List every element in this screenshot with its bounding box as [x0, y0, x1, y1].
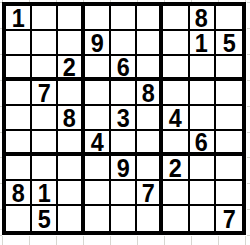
cell-r5c3[interactable]: 8	[58, 106, 84, 131]
cell-r9c3[interactable]	[58, 206, 84, 231]
cell-r5c6[interactable]	[137, 106, 163, 131]
cell-r3c7[interactable]	[163, 56, 189, 81]
cell-r7c6[interactable]	[137, 156, 163, 181]
cell-r8c4[interactable]	[85, 181, 111, 206]
cell-r7c1[interactable]	[6, 156, 32, 181]
cell-r8c6[interactable]: 7	[137, 181, 163, 206]
cell-r2c5[interactable]	[111, 31, 137, 56]
cell-digit: 5	[38, 206, 51, 231]
cell-r8c5[interactable]	[111, 181, 137, 206]
cell-r8c9[interactable]	[216, 181, 242, 206]
cell-r3c2[interactable]	[32, 56, 58, 81]
cell-r3c8[interactable]	[190, 56, 216, 81]
cell-digit: 2	[63, 56, 76, 80]
cell-r3c1[interactable]	[6, 56, 32, 81]
cell-r9c8[interactable]	[190, 206, 216, 231]
cell-r8c2[interactable]: 1	[32, 181, 58, 206]
cell-r4c9[interactable]	[216, 81, 242, 106]
cell-r8c3[interactable]	[58, 181, 84, 206]
cell-digit: 4	[90, 131, 103, 155]
cell-r6c8[interactable]: 6	[190, 131, 216, 156]
cell-r4c4[interactable]	[85, 81, 111, 106]
cell-r1c2[interactable]	[32, 6, 58, 31]
cell-r3c4[interactable]	[85, 56, 111, 81]
cell-r5c1[interactable]	[6, 106, 32, 131]
cell-r7c8[interactable]	[190, 156, 216, 181]
cell-digit: 9	[90, 31, 103, 56]
cell-r9c1[interactable]	[6, 206, 32, 231]
cell-digit: 6	[195, 131, 208, 155]
cell-r5c2[interactable]	[32, 106, 58, 131]
cell-digit: 4	[169, 106, 182, 131]
cell-digit: 3	[116, 106, 129, 131]
cell-r2c8[interactable]: 1	[190, 31, 216, 56]
cell-r4c6[interactable]: 8	[137, 81, 163, 106]
cell-r6c7[interactable]	[163, 131, 189, 156]
cell-digit: 6	[116, 56, 129, 80]
cell-digit: 8	[142, 81, 155, 106]
cell-r7c9[interactable]	[216, 156, 242, 181]
cell-r9c7[interactable]	[163, 206, 189, 231]
cell-digit: 5	[222, 31, 235, 56]
cell-r6c2[interactable]	[32, 131, 58, 156]
cell-digit: 8	[63, 106, 76, 131]
cell-r4c2[interactable]: 7	[32, 81, 58, 106]
cell-r3c3[interactable]: 2	[58, 56, 84, 81]
page-gridline-ticks-right	[247, 2, 250, 236]
cell-digit: 8	[195, 6, 208, 31]
cell-r9c6[interactable]	[137, 206, 163, 231]
cell-r7c5[interactable]: 9	[111, 156, 137, 181]
cell-r6c6[interactable]	[137, 131, 163, 156]
cell-r9c4[interactable]	[85, 206, 111, 231]
cell-digit: 7	[38, 81, 51, 106]
cell-r1c6[interactable]	[137, 6, 163, 31]
cell-r2c2[interactable]	[32, 31, 58, 56]
cell-r6c3[interactable]	[58, 131, 84, 156]
cell-r4c1[interactable]	[6, 81, 32, 106]
cell-digit: 7	[222, 206, 235, 231]
cell-r3c5[interactable]: 6	[111, 56, 137, 81]
cell-r3c6[interactable]	[137, 56, 163, 81]
cell-r8c7[interactable]	[163, 181, 189, 206]
sudoku-page: 189152678834469281757	[0, 0, 250, 245]
cell-r1c4[interactable]	[85, 6, 111, 31]
cell-r1c7[interactable]	[163, 6, 189, 31]
cell-r5c9[interactable]	[216, 106, 242, 131]
sudoku-board: 189152678834469281757	[2, 2, 246, 235]
cell-r4c5[interactable]	[111, 81, 137, 106]
cell-digit: 7	[142, 181, 155, 206]
cell-r2c6[interactable]	[137, 31, 163, 56]
cell-r4c8[interactable]	[190, 81, 216, 106]
cell-r7c3[interactable]	[58, 156, 84, 181]
cell-digit: 1	[12, 6, 25, 31]
cell-r9c9[interactable]: 7	[216, 206, 242, 231]
cell-r7c2[interactable]	[32, 156, 58, 181]
cell-r1c5[interactable]	[111, 6, 137, 31]
cell-r1c8[interactable]: 8	[190, 6, 216, 31]
cell-r2c3[interactable]	[58, 31, 84, 56]
cell-r5c5[interactable]: 3	[111, 106, 137, 131]
cell-r1c3[interactable]	[58, 6, 84, 31]
cell-digit: 9	[116, 156, 129, 181]
cell-digit: 2	[169, 156, 182, 181]
cell-r4c3[interactable]	[58, 81, 84, 106]
cell-r1c9[interactable]	[216, 6, 242, 31]
cell-r9c5[interactable]	[111, 206, 137, 231]
cell-r2c7[interactable]	[163, 31, 189, 56]
cell-r2c9[interactable]: 5	[216, 31, 242, 56]
cell-r1c1[interactable]: 1	[6, 6, 32, 31]
cell-digit: 1	[38, 181, 51, 206]
cell-r7c4[interactable]	[85, 156, 111, 181]
cell-r8c1[interactable]: 8	[6, 181, 32, 206]
cell-r8c8[interactable]	[190, 181, 216, 206]
cell-r6c9[interactable]	[216, 131, 242, 156]
cell-r7c7[interactable]: 2	[163, 156, 189, 181]
cell-r6c5[interactable]	[111, 131, 137, 156]
cell-r5c8[interactable]	[190, 106, 216, 131]
cell-r6c4[interactable]: 4	[85, 131, 111, 156]
cell-r5c7[interactable]: 4	[163, 106, 189, 131]
cell-r6c1[interactable]	[6, 131, 32, 156]
cell-r4c7[interactable]	[163, 81, 189, 106]
cell-r5c4[interactable]	[85, 106, 111, 131]
page-gridline-ticks-bottom	[2, 236, 247, 245]
cell-r9c2[interactable]: 5	[32, 206, 58, 231]
cell-r2c1[interactable]	[6, 31, 32, 56]
cell-r2c4[interactable]: 9	[85, 31, 111, 56]
cell-digit: 8	[12, 181, 25, 206]
cell-r3c9[interactable]	[216, 56, 242, 81]
cell-digit: 1	[195, 31, 208, 56]
